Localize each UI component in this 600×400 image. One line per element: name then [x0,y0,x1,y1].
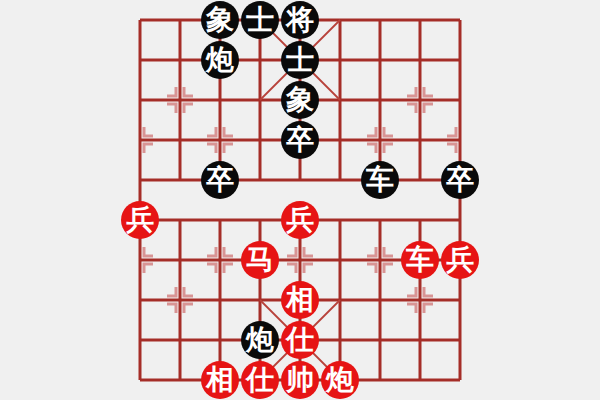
piece-red-general[interactable]: 帅 [281,361,319,399]
app-screen: 象士将炮士象卒卒车卒兵兵马车兵相炮仕相仕帅炮 [0,0,600,400]
piece-red-elephant[interactable]: 相 [281,281,319,319]
piece-black-chariot[interactable]: 车 [361,161,399,199]
piece-red-soldier[interactable]: 兵 [441,241,479,279]
piece-black-elephant[interactable]: 象 [281,81,319,119]
piece-red-chariot[interactable]: 车 [401,241,439,279]
piece-black-advisor[interactable]: 士 [281,41,319,79]
piece-black-cannon[interactable]: 炮 [241,321,279,359]
piece-black-elephant[interactable]: 象 [201,1,239,39]
piece-black-cannon[interactable]: 炮 [201,41,239,79]
piece-red-soldier[interactable]: 兵 [121,201,159,239]
piece-red-horse[interactable]: 马 [241,241,279,279]
piece-black-soldier[interactable]: 卒 [281,121,319,159]
piece-red-soldier[interactable]: 兵 [281,201,319,239]
piece-black-advisor[interactable]: 士 [241,1,279,39]
piece-black-soldier[interactable]: 卒 [441,161,479,199]
piece-black-soldier[interactable]: 卒 [201,161,239,199]
piece-black-general[interactable]: 将 [281,1,319,39]
piece-red-advisor[interactable]: 仕 [281,321,319,359]
pieces-layer: 象士将炮士象卒卒车卒兵兵马车兵相炮仕相仕帅炮 [120,0,480,400]
piece-red-elephant[interactable]: 相 [201,361,239,399]
piece-red-advisor[interactable]: 仕 [241,361,279,399]
piece-red-cannon[interactable]: 炮 [321,361,359,399]
xiangqi-board[interactable]: 象士将炮士象卒卒车卒兵兵马车兵相炮仕相仕帅炮 [120,0,480,400]
